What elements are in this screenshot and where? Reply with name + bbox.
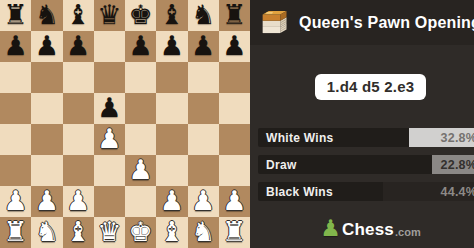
pawn-logo-icon: ♟ — [320, 217, 341, 240]
square-c2[interactable]: ♟ — [63, 186, 94, 217]
piece-white-pawn[interactable]: ♟ — [66, 187, 90, 214]
square-h1[interactable]: ♜ — [219, 217, 250, 248]
piece-black-pawn[interactable]: ♟ — [191, 32, 215, 59]
square-f1[interactable]: ♝ — [156, 217, 187, 248]
piece-black-pawn[interactable]: ♟ — [35, 32, 59, 59]
chess-board[interactable]: ♜♞♝♛♚♝♞♜♟♟♟♟♟♟♟♟♟♟♟♟♟♟♟♟♜♞♝♛♚♝♞♜ — [0, 0, 250, 248]
square-e2[interactable] — [125, 186, 156, 217]
piece-black-queen[interactable]: ♛ — [97, 1, 121, 28]
piece-white-rook[interactable]: ♜ — [222, 218, 246, 245]
square-h8[interactable]: ♜ — [219, 0, 250, 31]
piece-white-queen[interactable]: ♛ — [97, 218, 121, 245]
logo-brand-text: Chess — [342, 220, 394, 240]
piece-white-pawn[interactable]: ♟ — [222, 187, 246, 214]
draw-bar: 22.8% — [432, 155, 474, 174]
square-h7[interactable]: ♟ — [219, 31, 250, 62]
stat-label: Black Wins — [266, 185, 333, 199]
square-g8[interactable]: ♞ — [188, 0, 219, 31]
piece-white-pawn[interactable]: ♟ — [4, 187, 28, 214]
square-h5[interactable] — [219, 93, 250, 124]
square-e3[interactable]: ♟ — [125, 155, 156, 186]
piece-black-pawn[interactable]: ♟ — [4, 32, 28, 59]
piece-black-pawn[interactable]: ♟ — [129, 32, 153, 59]
square-d6[interactable] — [94, 62, 125, 93]
square-f2[interactable]: ♟ — [156, 186, 187, 217]
logo-tld-text: .com — [395, 226, 421, 238]
square-b1[interactable]: ♞ — [31, 217, 62, 248]
opening-explorer-card: Queen's Pawn Opening 1.d4 d5 2.e3 White … — [250, 0, 474, 248]
piece-black-knight[interactable]: ♞ — [191, 1, 215, 28]
square-e5[interactable] — [125, 93, 156, 124]
square-g1[interactable]: ♞ — [188, 217, 219, 248]
piece-black-knight[interactable]: ♞ — [35, 1, 59, 28]
square-f4[interactable] — [156, 124, 187, 155]
square-e7[interactable]: ♟ — [125, 31, 156, 62]
black-wins-bar: 44.4% — [383, 182, 474, 201]
square-h6[interactable] — [219, 62, 250, 93]
piece-black-bishop[interactable]: ♝ — [160, 1, 184, 28]
stat-value: 44.4% — [441, 185, 474, 199]
square-d1[interactable]: ♛ — [94, 217, 125, 248]
piece-black-pawn[interactable]: ♟ — [222, 32, 246, 59]
stat-label: White Wins — [266, 131, 334, 145]
stat-value: 22.8% — [441, 158, 474, 172]
square-a8[interactable]: ♜ — [0, 0, 31, 31]
piece-white-pawn[interactable]: ♟ — [35, 187, 59, 214]
stat-row-black-wins: Black Wins 44.4% — [258, 182, 474, 201]
square-b4[interactable] — [31, 124, 62, 155]
stat-strip: Black Wins — [258, 182, 383, 201]
square-h2[interactable]: ♟ — [219, 186, 250, 217]
square-e6[interactable] — [125, 62, 156, 93]
square-f8[interactable]: ♝ — [156, 0, 187, 31]
square-b7[interactable]: ♟ — [31, 31, 62, 62]
square-a1[interactable]: ♜ — [0, 217, 31, 248]
square-a7[interactable]: ♟ — [0, 31, 31, 62]
stat-value: 32.8% — [441, 131, 474, 145]
square-d5[interactable]: ♟ — [94, 93, 125, 124]
square-a5[interactable] — [0, 93, 31, 124]
piece-white-pawn[interactable]: ♟ — [97, 125, 121, 152]
books-stack-icon — [260, 8, 290, 37]
square-d3[interactable] — [94, 155, 125, 186]
piece-white-rook[interactable]: ♜ — [4, 218, 28, 245]
piece-black-pawn[interactable]: ♟ — [160, 32, 184, 59]
piece-white-pawn[interactable]: ♟ — [160, 187, 184, 214]
piece-black-bishop[interactable]: ♝ — [66, 1, 90, 28]
stat-strip: Draw — [258, 155, 432, 174]
piece-white-bishop[interactable]: ♝ — [66, 218, 90, 245]
square-d4[interactable]: ♟ — [94, 124, 125, 155]
white-wins-bar: 32.8% — [409, 128, 474, 147]
square-c8[interactable]: ♝ — [63, 0, 94, 31]
piece-black-rook[interactable]: ♜ — [4, 1, 28, 28]
square-g6[interactable] — [188, 62, 219, 93]
piece-white-knight[interactable]: ♞ — [35, 218, 59, 245]
square-g3[interactable] — [188, 155, 219, 186]
piece-white-pawn[interactable]: ♟ — [191, 187, 215, 214]
piece-black-rook[interactable]: ♜ — [222, 1, 246, 28]
square-b2[interactable]: ♟ — [31, 186, 62, 217]
square-b5[interactable] — [31, 93, 62, 124]
square-f3[interactable] — [156, 155, 187, 186]
square-a6[interactable] — [0, 62, 31, 93]
square-g7[interactable]: ♟ — [188, 31, 219, 62]
square-e8[interactable]: ♚ — [125, 0, 156, 31]
square-g5[interactable] — [188, 93, 219, 124]
piece-white-bishop[interactable]: ♝ — [160, 218, 184, 245]
square-c5[interactable] — [63, 93, 94, 124]
square-c1[interactable]: ♝ — [63, 217, 94, 248]
square-c6[interactable] — [63, 62, 94, 93]
square-f6[interactable] — [156, 62, 187, 93]
square-c4[interactable] — [63, 124, 94, 155]
chesscom-logo[interactable]: ♟ Chess .com — [250, 218, 474, 241]
piece-white-pawn[interactable]: ♟ — [129, 156, 153, 183]
square-b3[interactable] — [31, 155, 62, 186]
piece-white-king[interactable]: ♚ — [129, 218, 153, 245]
square-g2[interactable]: ♟ — [188, 186, 219, 217]
opening-title: Queen's Pawn Opening — [299, 14, 474, 32]
stat-label: Draw — [266, 158, 297, 172]
square-e1[interactable]: ♚ — [125, 217, 156, 248]
square-h4[interactable] — [219, 124, 250, 155]
stat-strip: White Wins — [258, 128, 409, 147]
square-c7[interactable]: ♟ — [63, 31, 94, 62]
piece-black-pawn[interactable]: ♟ — [97, 94, 121, 121]
square-a4[interactable] — [0, 124, 31, 155]
square-f5[interactable] — [156, 93, 187, 124]
square-d7[interactable] — [94, 31, 125, 62]
square-b6[interactable] — [31, 62, 62, 93]
square-d8[interactable]: ♛ — [94, 0, 125, 31]
piece-black-king[interactable]: ♚ — [129, 1, 153, 28]
piece-white-knight[interactable]: ♞ — [191, 218, 215, 245]
square-c3[interactable] — [63, 155, 94, 186]
stat-row-draw: Draw 22.8% — [258, 155, 474, 174]
square-h3[interactable] — [219, 155, 250, 186]
stat-row-white-wins: White Wins 32.8% — [258, 128, 474, 147]
square-g4[interactable] — [188, 124, 219, 155]
moves-badge: 1.d4 d5 2.e3 — [315, 74, 426, 100]
square-b8[interactable]: ♞ — [31, 0, 62, 31]
square-a3[interactable] — [0, 155, 31, 186]
square-a2[interactable]: ♟ — [0, 186, 31, 217]
stats-list: White Wins 32.8% Draw 22.8% Black Wins — [250, 128, 474, 201]
square-f7[interactable]: ♟ — [156, 31, 187, 62]
square-e4[interactable] — [125, 124, 156, 155]
card-header: Queen's Pawn Opening — [250, 0, 474, 45]
square-d2[interactable] — [94, 186, 125, 217]
piece-black-pawn[interactable]: ♟ — [66, 32, 90, 59]
